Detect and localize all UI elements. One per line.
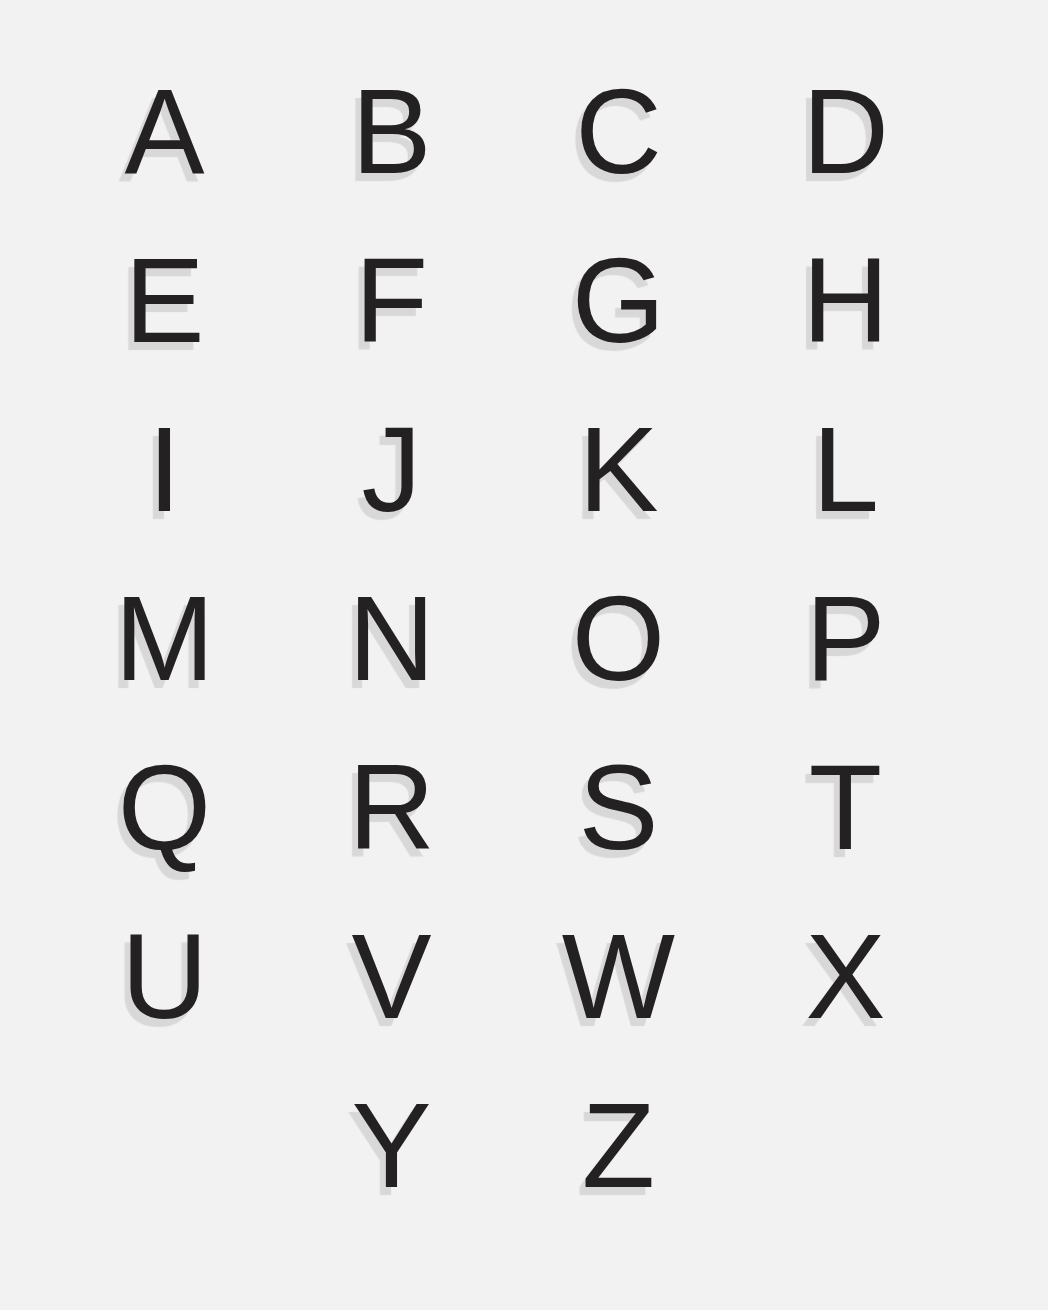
- letter-C: C: [575, 71, 662, 191]
- cell-K: K: [505, 384, 732, 553]
- cell-R: R: [278, 722, 505, 891]
- letter-X: X: [805, 916, 885, 1036]
- cell-H: H: [732, 215, 959, 384]
- letter-J: J: [362, 409, 422, 529]
- letter-Z: Z: [582, 1085, 655, 1205]
- letter-O: O: [572, 578, 665, 698]
- cell-A: A: [51, 46, 278, 215]
- alphabet-poster: { "game": "alphabet-grid", "position": "…: [0, 0, 1048, 1310]
- cell-C: C: [505, 46, 732, 215]
- letter-P: P: [805, 578, 885, 698]
- letter-V: V: [351, 916, 431, 1036]
- letter-G: G: [572, 240, 665, 360]
- letter-L: L: [812, 409, 879, 529]
- cell-J: J: [278, 384, 505, 553]
- letter-I: I: [148, 409, 181, 529]
- cell-W: W: [505, 891, 732, 1060]
- cell-T: T: [732, 722, 959, 891]
- cell-I: I: [51, 384, 278, 553]
- letter-E: E: [124, 240, 204, 360]
- cell-N: N: [278, 553, 505, 722]
- letter-F: F: [355, 240, 428, 360]
- letter-N: N: [348, 578, 435, 698]
- cell-D: D: [732, 46, 959, 215]
- cell-L: L: [732, 384, 959, 553]
- cell-P: P: [732, 553, 959, 722]
- cell-Z: Z: [505, 1060, 732, 1229]
- letter-A: A: [124, 71, 204, 191]
- cell-V: V: [278, 891, 505, 1060]
- cell-E: E: [51, 215, 278, 384]
- letter-T: T: [809, 747, 882, 867]
- letter-D: D: [802, 71, 889, 191]
- cell-G: G: [505, 215, 732, 384]
- cell-F: F: [278, 215, 505, 384]
- letter-H: H: [802, 240, 889, 360]
- cell-B: B: [278, 46, 505, 215]
- letter-B: B: [351, 71, 431, 191]
- letter-U: U: [121, 916, 208, 1036]
- cell-Q: Q: [51, 722, 278, 891]
- letter-K: K: [578, 409, 658, 529]
- cell-Y: Y: [278, 1060, 505, 1229]
- cell-empty-r6c0: [51, 1060, 278, 1229]
- cell-U: U: [51, 891, 278, 1060]
- cell-S: S: [505, 722, 732, 891]
- cell-empty-r6c3: [732, 1060, 959, 1229]
- cell-M: M: [51, 553, 278, 722]
- letter-Q: Q: [118, 747, 211, 867]
- letter-R: R: [348, 747, 435, 867]
- letter-W: W: [562, 916, 675, 1036]
- cell-X: X: [732, 891, 959, 1060]
- letter-M: M: [115, 578, 215, 698]
- letter-S: S: [578, 747, 658, 867]
- cell-O: O: [505, 553, 732, 722]
- alphabet-board: ABCDEFGHIJKLMNOPQRSTUVWXYZ: [51, 46, 959, 1229]
- letter-Y: Y: [351, 1085, 431, 1205]
